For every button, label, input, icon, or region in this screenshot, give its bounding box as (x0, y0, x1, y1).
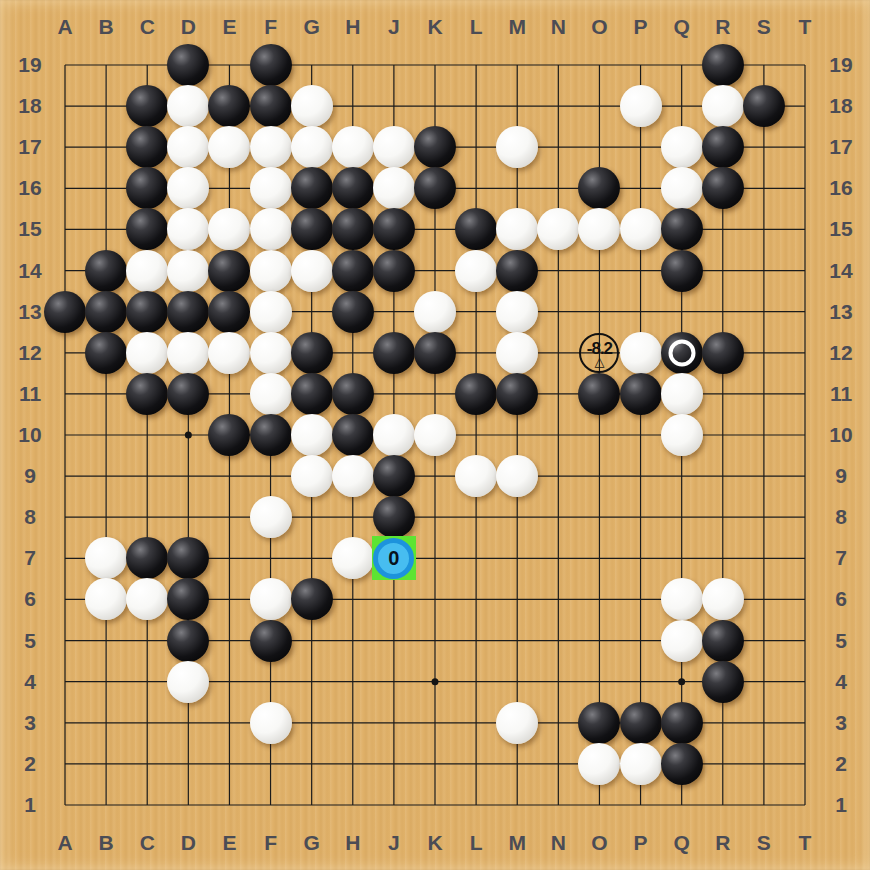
stone-black-E13 (208, 291, 250, 333)
coord-label-bottom-P: P (634, 831, 648, 855)
coord-label-bottom-M: M (508, 831, 526, 855)
stone-white-E12 (208, 332, 250, 374)
coord-label-top-O: O (591, 15, 607, 39)
coord-label-top-S: S (757, 15, 771, 39)
stone-black-M14 (496, 250, 538, 292)
stone-black-G12 (291, 332, 333, 374)
go-board[interactable]: AABBCCDDEEFFGGHHJJKKLLMMNNOOPPQQRRSSTT19… (0, 0, 870, 870)
coord-label-top-E: E (222, 15, 236, 39)
coord-label-bottom-L: L (470, 831, 483, 855)
coord-label-left-10: 10 (18, 423, 41, 447)
stone-black-G11 (291, 373, 333, 415)
stone-black-G15 (291, 208, 333, 250)
stone-white-M3 (496, 702, 538, 744)
stone-black-Q2 (661, 743, 703, 785)
coord-label-top-K: K (427, 15, 442, 39)
stone-black-M11 (496, 373, 538, 415)
stone-black-O3 (578, 702, 620, 744)
coord-label-bottom-S: S (757, 831, 771, 855)
stone-white-R6 (702, 578, 744, 620)
coord-label-top-Q: Q (673, 15, 689, 39)
stone-white-D12 (167, 332, 209, 374)
coord-label-top-P: P (634, 15, 648, 39)
stone-black-E14 (208, 250, 250, 292)
stone-white-O2 (578, 743, 620, 785)
coord-label-bottom-K: K (427, 831, 442, 855)
triangle-icon: △ (594, 357, 604, 367)
coord-label-left-4: 4 (24, 670, 36, 694)
stone-black-B12 (85, 332, 127, 374)
stone-white-F3 (250, 702, 292, 744)
stone-white-J17 (373, 126, 415, 168)
stone-white-M13 (496, 291, 538, 333)
coord-label-top-A: A (57, 15, 72, 39)
coord-label-left-15: 15 (18, 217, 41, 241)
stone-white-F15 (250, 208, 292, 250)
stone-black-F18 (250, 85, 292, 127)
coord-label-left-16: 16 (18, 176, 41, 200)
coord-label-bottom-E: E (222, 831, 236, 855)
stone-black-D5 (167, 620, 209, 662)
stone-black-D11 (167, 373, 209, 415)
stone-white-P15 (620, 208, 662, 250)
coord-label-left-7: 7 (24, 546, 36, 570)
stone-black-R19 (702, 44, 744, 86)
coord-label-right-4: 4 (835, 670, 847, 694)
stone-black-P11 (620, 373, 662, 415)
stone-black-A13 (44, 291, 86, 333)
coord-label-top-T: T (799, 15, 812, 39)
coord-label-top-G: G (303, 15, 319, 39)
stone-black-H10 (332, 414, 374, 456)
stone-white-P2 (620, 743, 662, 785)
stone-black-B13 (85, 291, 127, 333)
stone-white-Q17 (661, 126, 703, 168)
coord-label-right-11: 11 (830, 382, 852, 406)
stone-black-O11 (578, 373, 620, 415)
coord-label-right-1: 1 (835, 793, 847, 817)
stone-white-C14 (126, 250, 168, 292)
coord-label-left-3: 3 (24, 711, 36, 735)
stone-black-J14 (373, 250, 415, 292)
stone-white-F12 (250, 332, 292, 374)
coord-label-bottom-R: R (715, 831, 730, 855)
coord-label-right-6: 6 (835, 587, 847, 611)
coord-label-top-C: C (140, 15, 155, 39)
stone-white-H9 (332, 455, 374, 497)
coord-label-right-16: 16 (829, 176, 852, 200)
coord-label-bottom-H: H (345, 831, 360, 855)
stone-black-H16 (332, 167, 374, 209)
coord-label-bottom-F: F (264, 831, 277, 855)
coord-label-bottom-G: G (303, 831, 319, 855)
stone-black-Q14 (661, 250, 703, 292)
stone-black-G16 (291, 167, 333, 209)
candidate-move-marker[interactable]: 0 (372, 536, 416, 580)
coord-label-top-L: L (470, 15, 483, 39)
coord-label-top-D: D (181, 15, 196, 39)
coord-label-right-2: 2 (835, 752, 847, 776)
stone-white-P12 (620, 332, 662, 374)
stone-white-L14 (455, 250, 497, 292)
stone-white-K10 (414, 414, 456, 456)
candidate-move-disc: 0 (373, 538, 414, 579)
coord-label-right-12: 12 (829, 341, 852, 365)
coord-label-left-5: 5 (24, 629, 36, 653)
stone-black-B14 (85, 250, 127, 292)
stone-white-H7 (332, 537, 374, 579)
coord-label-left-14: 14 (18, 259, 41, 283)
stone-black-J15 (373, 208, 415, 250)
stone-black-L11 (455, 373, 497, 415)
last-move-marker (668, 339, 695, 366)
stone-black-F5 (250, 620, 292, 662)
stone-black-C13 (126, 291, 168, 333)
stone-white-C12 (126, 332, 168, 374)
stone-black-H14 (332, 250, 374, 292)
candidate-move-count: 0 (388, 548, 399, 568)
coord-label-right-18: 18 (829, 94, 852, 118)
coord-label-top-N: N (551, 15, 566, 39)
coord-label-left-11: 11 (19, 382, 41, 406)
coord-label-top-M: M (508, 15, 526, 39)
stone-white-M12 (496, 332, 538, 374)
coord-label-right-17: 17 (829, 135, 852, 159)
stone-black-J8 (373, 496, 415, 538)
coord-label-left-19: 19 (18, 53, 41, 77)
stone-black-H11 (332, 373, 374, 415)
stone-white-F13 (250, 291, 292, 333)
coord-label-right-14: 14 (829, 259, 852, 283)
coord-label-left-8: 8 (24, 505, 36, 529)
coord-label-bottom-C: C (140, 831, 155, 855)
coord-label-right-19: 19 (829, 53, 852, 77)
stone-white-F8 (250, 496, 292, 538)
stone-white-P18 (620, 85, 662, 127)
stone-white-G14 (291, 250, 333, 292)
stone-white-Q6 (661, 578, 703, 620)
stone-white-F16 (250, 167, 292, 209)
stone-black-K17 (414, 126, 456, 168)
coord-label-right-13: 13 (829, 300, 852, 324)
stone-white-J10 (373, 414, 415, 456)
coord-label-top-H: H (345, 15, 360, 39)
stone-white-F17 (250, 126, 292, 168)
stone-white-K13 (414, 291, 456, 333)
coord-label-top-B: B (99, 15, 114, 39)
stone-black-Q3 (661, 702, 703, 744)
coord-label-left-6: 6 (24, 587, 36, 611)
coord-label-left-13: 13 (18, 300, 41, 324)
coord-label-right-3: 3 (835, 711, 847, 735)
stone-white-G17 (291, 126, 333, 168)
coord-label-left-9: 9 (24, 464, 36, 488)
coord-label-bottom-O: O (591, 831, 607, 855)
stone-black-J12 (373, 332, 415, 374)
coord-label-left-2: 2 (24, 752, 36, 776)
coord-label-left-18: 18 (18, 94, 41, 118)
stone-black-R16 (702, 167, 744, 209)
stone-black-R12 (702, 332, 744, 374)
coord-label-bottom-Q: Q (673, 831, 689, 855)
stone-white-R18 (702, 85, 744, 127)
coord-label-right-5: 5 (835, 629, 847, 653)
stone-black-C11 (126, 373, 168, 415)
stone-black-K12 (414, 332, 456, 374)
stone-white-F6 (250, 578, 292, 620)
stone-white-Q11 (661, 373, 703, 415)
stone-black-H13 (332, 291, 374, 333)
coord-label-top-J: J (388, 15, 400, 39)
coord-label-bottom-J: J (388, 831, 400, 855)
stone-black-R17 (702, 126, 744, 168)
stone-black-H15 (332, 208, 374, 250)
stone-white-H17 (332, 126, 374, 168)
stone-white-F11 (250, 373, 292, 415)
stone-black-R5 (702, 620, 744, 662)
coord-label-bottom-N: N (551, 831, 566, 855)
coord-label-top-F: F (264, 15, 277, 39)
coord-label-bottom-D: D (181, 831, 196, 855)
stone-white-J16 (373, 167, 415, 209)
coord-label-bottom-B: B (99, 831, 114, 855)
stone-white-G9 (291, 455, 333, 497)
stone-black-R4 (702, 661, 744, 703)
coord-label-left-17: 17 (18, 135, 41, 159)
coord-label-right-10: 10 (829, 423, 852, 447)
stone-black-J9 (373, 455, 415, 497)
stone-black-S18 (743, 85, 785, 127)
stone-black-P3 (620, 702, 662, 744)
coord-label-top-R: R (715, 15, 730, 39)
coord-label-right-9: 9 (835, 464, 847, 488)
score-hint-marker[interactable]: -8.2△ (579, 333, 619, 373)
stone-white-Q10 (661, 414, 703, 456)
coord-label-right-7: 7 (835, 546, 847, 570)
stone-white-G18 (291, 85, 333, 127)
stone-black-G6 (291, 578, 333, 620)
stone-white-Q5 (661, 620, 703, 662)
stone-white-F14 (250, 250, 292, 292)
stone-white-G10 (291, 414, 333, 456)
stone-white-Q16 (661, 167, 703, 209)
stone-white-L9 (455, 455, 497, 497)
coord-label-left-1: 1 (24, 793, 36, 817)
stone-white-D4 (167, 661, 209, 703)
stone-white-D14 (167, 250, 209, 292)
stone-black-F19 (250, 44, 292, 86)
coord-label-bottom-A: A (57, 831, 72, 855)
coord-label-left-12: 12 (18, 341, 41, 365)
stone-black-Q15 (661, 208, 703, 250)
stone-black-F10 (250, 414, 292, 456)
stone-black-D13 (167, 291, 209, 333)
coord-label-bottom-T: T (799, 831, 812, 855)
coord-label-right-8: 8 (835, 505, 847, 529)
coord-label-right-15: 15 (829, 217, 852, 241)
